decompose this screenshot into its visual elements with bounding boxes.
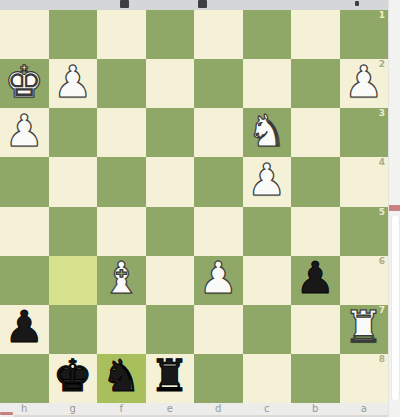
rank-label-8: 8 [379,355,385,364]
square-g8[interactable]: ♚ [49,354,98,403]
white-pawn-a2[interactable]: ♟ [344,60,383,104]
white-pawn-d6[interactable]: ♟ [199,256,238,300]
square-h1[interactable] [0,10,49,59]
white-rook-a7[interactable]: ♜ [344,306,383,350]
square-g1[interactable] [49,10,98,59]
scrollbar[interactable] [388,0,400,417]
square-a1[interactable]: 1 [340,10,389,59]
white-knight-c3[interactable]: ♞ [247,109,286,153]
bottom-red-marker [0,412,13,415]
square-d3[interactable] [194,108,243,157]
square-f4[interactable] [97,157,146,206]
square-h4[interactable] [0,157,49,206]
white-pawn-h3[interactable]: ♟ [5,109,44,153]
scroll-position-marker [389,205,400,211]
bottom-divider-line [14,415,388,417]
square-h3[interactable]: ♟ [0,108,49,157]
black-rook-e8[interactable]: ♜ [150,355,189,399]
square-f7[interactable] [97,305,146,354]
square-d1[interactable] [194,10,243,59]
square-h8[interactable] [0,354,49,403]
square-a2[interactable]: 2♟ [340,59,389,108]
square-d8[interactable] [194,354,243,403]
square-h7[interactable]: ♟ [0,305,49,354]
square-d5[interactable] [194,207,243,256]
square-a6[interactable]: 6 [340,256,389,305]
square-f1[interactable] [97,10,146,59]
top-strip-mark-2 [198,0,207,8]
square-b1[interactable] [291,10,340,59]
square-g2[interactable]: ♟ [49,59,98,108]
rank-label-3: 3 [379,109,385,118]
square-a7[interactable]: 7♜ [340,305,389,354]
rank-label-1: 1 [379,11,385,20]
square-h2[interactable]: ♚ [0,59,49,108]
square-g6[interactable] [49,256,98,305]
top-ui-strip [0,0,388,10]
square-d4[interactable] [194,157,243,206]
square-e2[interactable] [146,59,195,108]
square-f2[interactable] [97,59,146,108]
square-b5[interactable] [291,207,340,256]
rank-label-6: 6 [379,257,385,266]
square-c6[interactable] [243,256,292,305]
white-pawn-g2[interactable]: ♟ [53,60,92,104]
square-c4[interactable]: ♟ [243,157,292,206]
square-e7[interactable] [146,305,195,354]
square-g7[interactable] [49,305,98,354]
chess-board: 1♚♟2♟♟♞3♟45♝♟♟6♟7♜♚♞♜8 [0,10,388,403]
square-g4[interactable] [49,157,98,206]
square-h6[interactable] [0,256,49,305]
top-strip-mark-1 [120,0,129,8]
square-c2[interactable] [243,59,292,108]
square-a5[interactable]: 5 [340,207,389,256]
square-d6[interactable]: ♟ [194,256,243,305]
square-f6[interactable]: ♝ [97,256,146,305]
black-pawn-h7[interactable]: ♟ [5,306,44,350]
square-e4[interactable] [146,157,195,206]
white-bishop-f6[interactable]: ♝ [102,256,141,300]
square-e8[interactable]: ♜ [146,354,195,403]
square-e1[interactable] [146,10,195,59]
square-c1[interactable] [243,10,292,59]
square-a3[interactable]: 3 [340,108,389,157]
square-e3[interactable] [146,108,195,157]
square-a8[interactable]: 8 [340,354,389,403]
square-b8[interactable] [291,354,340,403]
square-b3[interactable] [291,108,340,157]
white-pawn-c4[interactable]: ♟ [247,158,286,202]
square-e5[interactable] [146,207,195,256]
square-d7[interactable] [194,305,243,354]
square-c7[interactable] [243,305,292,354]
square-h5[interactable] [0,207,49,256]
square-a4[interactable]: 4 [340,157,389,206]
black-knight-f8[interactable]: ♞ [102,355,141,399]
square-d2[interactable] [194,59,243,108]
chess-app-window: 1♚♟2♟♟♞3♟45♝♟♟6♟7♜♚♞♜8 hgfedcba [0,0,400,417]
square-f5[interactable] [97,207,146,256]
square-b4[interactable] [291,157,340,206]
square-b2[interactable] [291,59,340,108]
square-c8[interactable] [243,354,292,403]
black-king-g8[interactable]: ♚ [53,355,92,399]
rank-label-4: 4 [379,158,385,167]
square-b6[interactable]: ♟ [291,256,340,305]
square-c3[interactable]: ♞ [243,108,292,157]
square-f3[interactable] [97,108,146,157]
square-f8[interactable]: ♞ [97,354,146,403]
white-king-h2[interactable]: ♚ [5,60,44,104]
square-e6[interactable] [146,256,195,305]
square-g5[interactable] [49,207,98,256]
square-g3[interactable] [49,108,98,157]
square-b7[interactable] [291,305,340,354]
scrollbar-thumb[interactable] [391,214,400,402]
top-strip-mark-3 [355,1,359,6]
black-pawn-b6[interactable]: ♟ [296,256,335,300]
rank-label-5: 5 [379,208,385,217]
square-c5[interactable] [243,207,292,256]
